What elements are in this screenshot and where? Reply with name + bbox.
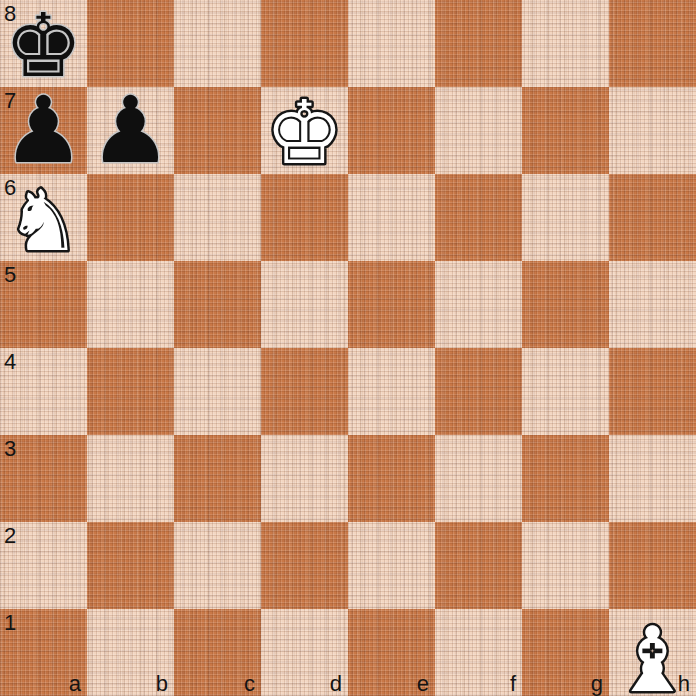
square-e5[interactable] xyxy=(348,261,435,348)
square-b3[interactable] xyxy=(87,435,174,522)
square-c8[interactable] xyxy=(174,0,261,87)
square-a6[interactable]: 6♞ xyxy=(0,174,87,261)
file-label-a: a xyxy=(69,673,81,695)
square-g7[interactable] xyxy=(522,87,609,174)
square-g2[interactable] xyxy=(522,522,609,609)
rank-label-2: 2 xyxy=(4,525,16,547)
file-label-f: f xyxy=(510,673,516,695)
square-g4[interactable] xyxy=(522,348,609,435)
square-h1[interactable]: h♝ xyxy=(609,609,696,696)
square-b5[interactable] xyxy=(87,261,174,348)
square-d2[interactable] xyxy=(261,522,348,609)
white-king[interactable]: ♚ xyxy=(261,87,348,174)
square-e2[interactable] xyxy=(348,522,435,609)
square-c1[interactable]: c xyxy=(174,609,261,696)
square-e8[interactable] xyxy=(348,0,435,87)
chess-board: 8♚7♟♟♚6♞54321abcdefgh♝ xyxy=(0,0,696,696)
black-pawn[interactable]: ♟ xyxy=(87,87,174,174)
file-label-b: b xyxy=(156,673,168,695)
rank-label-3: 3 xyxy=(4,438,16,460)
square-d4[interactable] xyxy=(261,348,348,435)
square-h8[interactable] xyxy=(609,0,696,87)
file-label-c: c xyxy=(244,673,255,695)
black-pawn[interactable]: ♟ xyxy=(0,87,87,174)
square-b4[interactable] xyxy=(87,348,174,435)
square-h6[interactable] xyxy=(609,174,696,261)
square-f5[interactable] xyxy=(435,261,522,348)
square-a3[interactable]: 3 xyxy=(0,435,87,522)
square-a5[interactable]: 5 xyxy=(0,261,87,348)
square-a4[interactable]: 4 xyxy=(0,348,87,435)
square-d5[interactable] xyxy=(261,261,348,348)
square-f3[interactable] xyxy=(435,435,522,522)
square-b8[interactable] xyxy=(87,0,174,87)
square-d1[interactable]: d xyxy=(261,609,348,696)
square-e6[interactable] xyxy=(348,174,435,261)
square-h3[interactable] xyxy=(609,435,696,522)
file-label-g: g xyxy=(591,673,603,695)
svg-text:♚: ♚ xyxy=(265,81,344,184)
square-f4[interactable] xyxy=(435,348,522,435)
square-c2[interactable] xyxy=(174,522,261,609)
square-f7[interactable] xyxy=(435,87,522,174)
square-g8[interactable] xyxy=(522,0,609,87)
square-b2[interactable] xyxy=(87,522,174,609)
white-knight[interactable]: ♞ xyxy=(0,174,87,261)
square-c6[interactable] xyxy=(174,174,261,261)
square-h5[interactable] xyxy=(609,261,696,348)
square-f2[interactable] xyxy=(435,522,522,609)
square-b1[interactable]: b xyxy=(87,609,174,696)
square-e7[interactable] xyxy=(348,87,435,174)
square-d7[interactable]: ♚ xyxy=(261,87,348,174)
square-g5[interactable] xyxy=(522,261,609,348)
square-h2[interactable] xyxy=(609,522,696,609)
square-c5[interactable] xyxy=(174,261,261,348)
square-g3[interactable] xyxy=(522,435,609,522)
svg-text:♞: ♞ xyxy=(6,172,81,270)
square-e4[interactable] xyxy=(348,348,435,435)
square-f8[interactable] xyxy=(435,0,522,87)
white-bishop[interactable]: ♝ xyxy=(609,609,696,696)
square-h4[interactable] xyxy=(609,348,696,435)
black-king[interactable]: ♚ xyxy=(0,0,87,87)
square-g1[interactable]: g xyxy=(522,609,609,696)
square-d6[interactable] xyxy=(261,174,348,261)
rank-label-1: 1 xyxy=(4,612,16,634)
square-e1[interactable]: e xyxy=(348,609,435,696)
square-f1[interactable]: f xyxy=(435,609,522,696)
svg-text:♝: ♝ xyxy=(612,607,693,696)
square-f6[interactable] xyxy=(435,174,522,261)
square-b7[interactable]: ♟ xyxy=(87,87,174,174)
square-c4[interactable] xyxy=(174,348,261,435)
square-a1[interactable]: 1a xyxy=(0,609,87,696)
square-b6[interactable] xyxy=(87,174,174,261)
svg-text:♟: ♟ xyxy=(89,77,171,184)
square-e3[interactable] xyxy=(348,435,435,522)
square-c3[interactable] xyxy=(174,435,261,522)
file-label-e: e xyxy=(417,673,429,695)
square-c7[interactable] xyxy=(174,87,261,174)
rank-label-4: 4 xyxy=(4,351,16,373)
square-g6[interactable] xyxy=(522,174,609,261)
square-d3[interactable] xyxy=(261,435,348,522)
file-label-d: d xyxy=(330,673,342,695)
svg-text:♟: ♟ xyxy=(2,77,84,184)
square-a8[interactable]: 8♚ xyxy=(0,0,87,87)
square-h7[interactable] xyxy=(609,87,696,174)
square-d8[interactable] xyxy=(261,0,348,87)
square-a2[interactable]: 2 xyxy=(0,522,87,609)
square-a7[interactable]: 7♟ xyxy=(0,87,87,174)
